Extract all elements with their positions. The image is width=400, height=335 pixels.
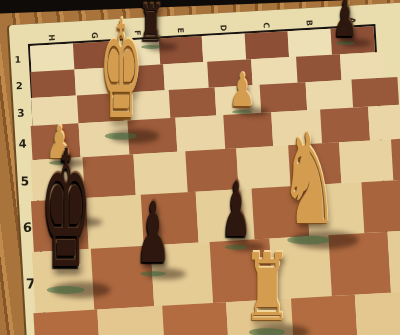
- square-b5[interactable]: [339, 139, 393, 183]
- chess-photo-scene: HGFEDCBA 12345678 ♟♜♟♚♟♟♞♟♟♚♜: [0, 0, 400, 335]
- rank-label-5: 5: [20, 174, 29, 188]
- square-b6[interactable]: [361, 179, 400, 233]
- square-b1[interactable]: [288, 29, 332, 57]
- piece-black-pawn-a2[interactable]: ♟: [333, 0, 358, 45]
- file-label-e: E: [175, 27, 184, 33]
- piece-black-king-h7[interactable]: ♚: [40, 131, 91, 292]
- square-e4[interactable]: [175, 115, 225, 152]
- file-label-d: D: [218, 24, 227, 31]
- piece-white-king-g4[interactable]: ♚: [100, 3, 143, 138]
- rank-label-1: 1: [15, 55, 21, 65]
- square-e3[interactable]: [168, 87, 215, 118]
- square-b2[interactable]: [296, 54, 342, 83]
- piece-white-pawn-d3[interactable]: ♟: [229, 67, 255, 113]
- square-h8[interactable]: [33, 310, 101, 335]
- piece-black-pawn-g7[interactable]: ♟: [136, 192, 171, 276]
- file-label-g: G: [89, 32, 98, 39]
- square-h1[interactable]: [30, 44, 74, 72]
- piece-white-rook-e8[interactable]: ♜: [243, 241, 291, 334]
- file-label-c: C: [261, 22, 270, 28]
- square-f8[interactable]: [162, 302, 230, 335]
- square-a4[interactable]: [368, 104, 400, 141]
- square-g8[interactable]: [98, 306, 166, 335]
- square-d8[interactable]: [290, 295, 358, 335]
- rank-label-4: 4: [18, 136, 26, 150]
- rank-label-6: 6: [23, 219, 32, 234]
- rank-label-2: 2: [16, 80, 23, 91]
- square-h2[interactable]: [30, 69, 76, 98]
- file-label-b: B: [304, 20, 313, 27]
- square-d1[interactable]: [202, 34, 246, 62]
- piece-white-knight-d7[interactable]: ♞: [280, 116, 338, 242]
- file-label-h: H: [46, 34, 55, 41]
- square-e1[interactable]: [159, 36, 203, 64]
- square-c1[interactable]: [245, 31, 289, 59]
- square-a2[interactable]: [340, 52, 386, 81]
- rank-label-3: 3: [17, 107, 25, 119]
- square-e2[interactable]: [163, 62, 209, 91]
- square-c8[interactable]: [355, 291, 400, 335]
- square-a3[interactable]: [352, 77, 399, 108]
- square-a5[interactable]: [390, 136, 400, 180]
- square-c2[interactable]: [251, 57, 297, 86]
